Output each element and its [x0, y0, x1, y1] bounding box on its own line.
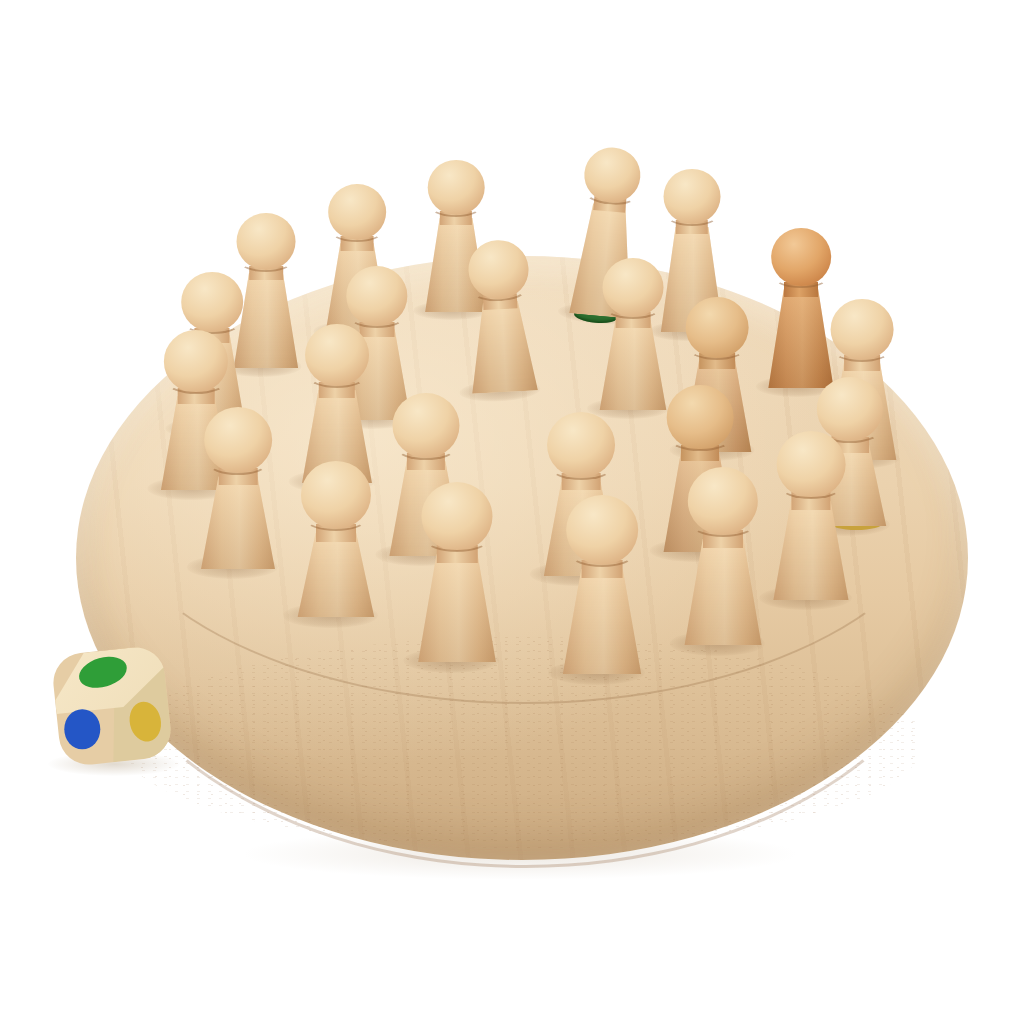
- peg-groove: [571, 542, 634, 566]
- peg-groove: [692, 513, 754, 537]
- peg-body: [197, 476, 278, 569]
- peg-groove: [671, 429, 730, 452]
- memory-peg-outer-8[interactable]: [559, 495, 645, 674]
- peg-body: [596, 320, 669, 410]
- memory-peg-inner-2[interactable]: [596, 258, 669, 411]
- peg-groove: [240, 251, 292, 272]
- memory-peg-outer-11[interactable]: [197, 407, 278, 569]
- peg-groove: [168, 372, 225, 394]
- peg-groove: [208, 452, 268, 475]
- peg-groove: [781, 476, 841, 499]
- peg-body: [294, 533, 378, 617]
- peg-groove: [305, 507, 366, 531]
- peg-body: [464, 300, 541, 394]
- memory-peg-inner-7[interactable]: [299, 324, 376, 483]
- peg-groove: [606, 298, 660, 319]
- peg-groove: [397, 437, 456, 460]
- memory-peg-outer-7[interactable]: [681, 467, 766, 645]
- peg-body: [770, 501, 853, 600]
- peg-groove: [431, 197, 481, 217]
- color-die[interactable]: [50, 644, 173, 767]
- die-dot-blue: [64, 709, 100, 749]
- peg-groove: [775, 268, 828, 289]
- memory-peg-outer-9[interactable]: [414, 482, 499, 663]
- memory-peg-outer-6[interactable]: [770, 431, 853, 600]
- product-photo: [0, 0, 1024, 1024]
- peg-groove: [689, 338, 744, 360]
- peg-groove: [834, 340, 890, 362]
- peg-groove: [551, 457, 611, 480]
- peg-groove: [667, 206, 718, 226]
- peg-body: [414, 554, 499, 662]
- peg-groove: [309, 366, 365, 388]
- peg-groove: [426, 528, 488, 552]
- memory-peg-outer-10[interactable]: [294, 461, 378, 617]
- memory-peg-inner-1[interactable]: [461, 238, 541, 394]
- peg-groove: [331, 222, 382, 242]
- peg-body: [559, 569, 645, 674]
- peg-body: [681, 539, 766, 645]
